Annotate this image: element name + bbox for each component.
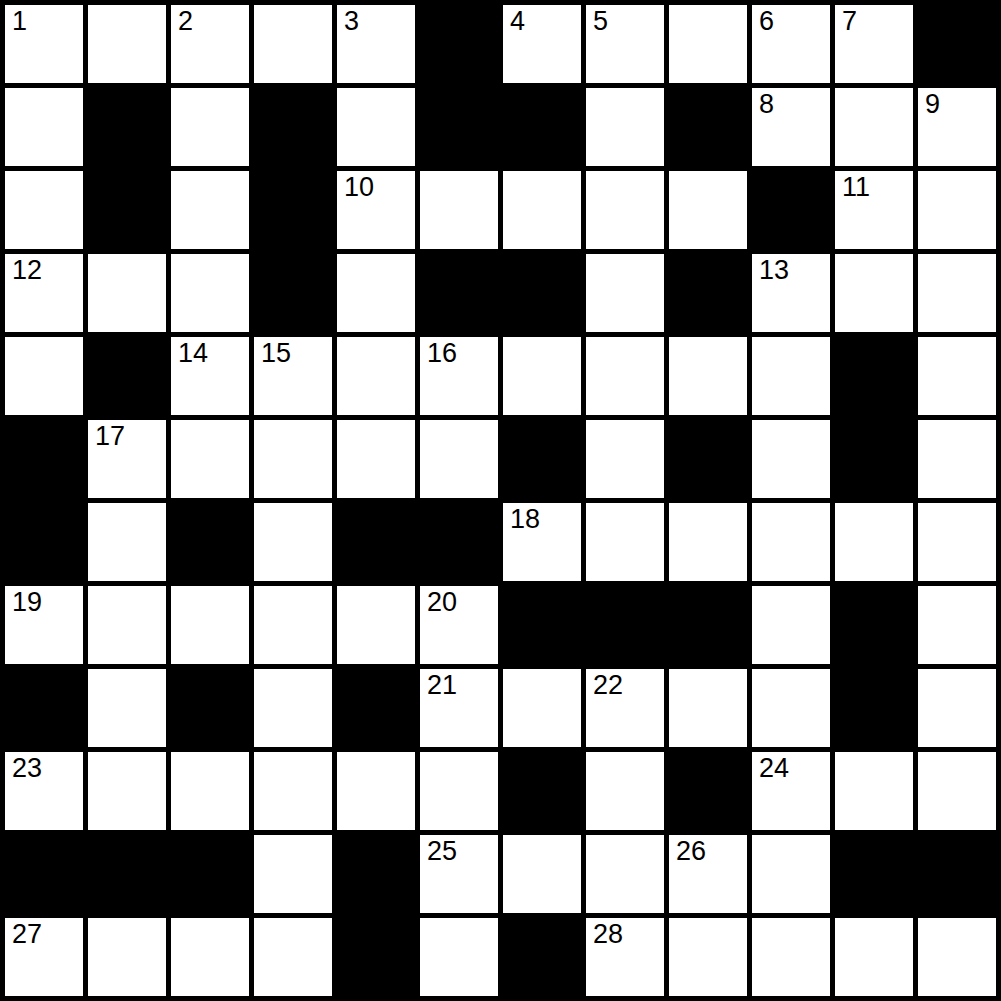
block-cell-r7-c10 [835,586,913,664]
letter-cell-r2-c8[interactable] [669,171,747,249]
clue-number-28: 28 [593,918,623,950]
letter-cell-r11-c5[interactable] [420,918,498,996]
letter-cell-r7-c9[interactable] [752,586,830,664]
letter-cell-r2-c11[interactable] [918,171,996,249]
block-cell-r1-c8 [669,88,747,166]
block-cell-r3-c3 [254,254,332,332]
letter-cell-r8-c5[interactable]: 21 [420,669,498,747]
letter-cell-r6-c11[interactable] [918,503,996,581]
clue-number-13: 13 [759,254,789,286]
block-cell-r0-c11 [918,5,996,83]
letter-cell-r11-c3[interactable] [254,918,332,996]
letter-cell-r0-c8[interactable] [669,5,747,83]
letter-cell-r7-c0[interactable]: 19 [5,586,83,664]
block-cell-r5-c10 [835,420,913,498]
letter-cell-r5-c7[interactable] [586,420,664,498]
block-cell-r0-c5 [420,5,498,83]
letter-cell-r6-c3[interactable] [254,503,332,581]
block-cell-r1-c5 [420,88,498,166]
letter-cell-r4-c5[interactable]: 16 [420,337,498,415]
block-cell-r3-c6 [503,254,581,332]
letter-cell-r4-c8[interactable] [669,337,747,415]
block-cell-r6-c5 [420,503,498,581]
block-cell-r3-c5 [420,254,498,332]
letter-cell-r6-c8[interactable] [669,503,747,581]
letter-cell-r2-c4[interactable]: 10 [337,171,415,249]
clue-number-1: 1 [12,5,27,37]
letter-cell-r4-c6[interactable] [503,337,581,415]
block-cell-r6-c2 [171,503,249,581]
letter-cell-r0-c9[interactable]: 6 [752,5,830,83]
letter-cell-r8-c7[interactable]: 22 [586,669,664,747]
letter-cell-r11-c1[interactable] [88,918,166,996]
clue-number-15: 15 [261,337,291,369]
letter-cell-r9-c2[interactable] [171,752,249,830]
letter-cell-r2-c0[interactable] [5,171,83,249]
letter-cell-r4-c9[interactable] [752,337,830,415]
letter-cell-r8-c6[interactable] [503,669,581,747]
block-cell-r4-c10 [835,337,913,415]
block-cell-r10-c10 [835,835,913,913]
letter-cell-r11-c7[interactable]: 28 [586,918,664,996]
letter-cell-r4-c2[interactable]: 14 [171,337,249,415]
letter-cell-r2-c6[interactable] [503,171,581,249]
letter-cell-r9-c3[interactable] [254,752,332,830]
letter-cell-r7-c1[interactable] [88,586,166,664]
block-cell-r10-c2 [171,835,249,913]
block-cell-r5-c6 [503,420,581,498]
block-cell-r8-c4 [337,669,415,747]
letter-cell-r9-c7[interactable] [586,752,664,830]
block-cell-r3-c8 [669,254,747,332]
clue-number-18: 18 [510,503,540,535]
letter-cell-r1-c0[interactable] [5,88,83,166]
clue-number-3: 3 [344,5,359,37]
block-cell-r8-c2 [171,669,249,747]
clue-number-23: 23 [12,752,42,784]
block-cell-r2-c1 [88,171,166,249]
block-cell-r1-c3 [254,88,332,166]
letter-cell-r4-c3[interactable]: 15 [254,337,332,415]
letter-cell-r0-c10[interactable]: 7 [835,5,913,83]
letter-cell-r6-c10[interactable] [835,503,913,581]
letter-cell-r5-c4[interactable] [337,420,415,498]
clue-number-4: 4 [510,5,525,37]
block-cell-r7-c8 [669,586,747,664]
letter-cell-r8-c1[interactable] [88,669,166,747]
letter-cell-r10-c8[interactable]: 26 [669,835,747,913]
letter-cell-r6-c1[interactable] [88,503,166,581]
letter-cell-r0-c1[interactable] [88,5,166,83]
letter-cell-r10-c6[interactable] [503,835,581,913]
clue-number-6: 6 [759,5,774,37]
clue-number-14: 14 [178,337,208,369]
clue-number-8: 8 [759,88,774,120]
block-cell-r2-c9 [752,171,830,249]
letter-cell-r3-c9[interactable]: 13 [752,254,830,332]
letter-cell-r2-c10[interactable]: 11 [835,171,913,249]
letter-cell-r5-c9[interactable] [752,420,830,498]
letter-cell-r5-c1[interactable]: 17 [88,420,166,498]
block-cell-r5-c8 [669,420,747,498]
block-cell-r4-c1 [88,337,166,415]
letter-cell-r10-c5[interactable]: 25 [420,835,498,913]
block-cell-r8-c10 [835,669,913,747]
letter-cell-r1-c9[interactable]: 8 [752,88,830,166]
letter-cell-r3-c10[interactable] [835,254,913,332]
letter-cell-r5-c3[interactable] [254,420,332,498]
letter-cell-r2-c5[interactable] [420,171,498,249]
letter-cell-r3-c0[interactable]: 12 [5,254,83,332]
block-cell-r10-c0 [5,835,83,913]
letter-cell-r9-c1[interactable] [88,752,166,830]
clue-number-12: 12 [12,254,42,286]
block-cell-r11-c6 [503,918,581,996]
clue-number-2: 2 [178,5,193,37]
letter-cell-r1-c11[interactable]: 9 [918,88,996,166]
clue-number-20: 20 [427,586,457,618]
letter-cell-r7-c11[interactable] [918,586,996,664]
clue-number-5: 5 [593,5,608,37]
letter-cell-r0-c2[interactable]: 2 [171,5,249,83]
letter-cell-r2-c2[interactable] [171,171,249,249]
clue-number-11: 11 [842,171,870,203]
clue-number-16: 16 [427,337,457,369]
clue-number-27: 27 [12,918,42,950]
block-cell-r2-c3 [254,171,332,249]
letter-cell-r4-c4[interactable] [337,337,415,415]
clue-number-25: 25 [427,835,457,867]
letter-cell-r0-c7[interactable]: 5 [586,5,664,83]
clue-number-22: 22 [593,669,623,701]
block-cell-r1-c6 [503,88,581,166]
block-cell-r6-c4 [337,503,415,581]
block-cell-r9-c8 [669,752,747,830]
block-cell-r1-c1 [88,88,166,166]
letter-cell-r2-c7[interactable] [586,171,664,249]
letter-cell-r7-c3[interactable] [254,586,332,664]
clue-number-26: 26 [676,835,706,867]
letter-cell-r1-c7[interactable] [586,88,664,166]
block-cell-r10-c11 [918,835,996,913]
block-cell-r8-c0 [5,669,83,747]
letter-cell-r10-c3[interactable] [254,835,332,913]
letter-cell-r11-c2[interactable] [171,918,249,996]
letter-cell-r0-c4[interactable]: 3 [337,5,415,83]
clue-number-17: 17 [95,420,125,452]
letter-cell-r6-c9[interactable] [752,503,830,581]
letter-cell-r4-c0[interactable] [5,337,83,415]
letter-cell-r11-c10[interactable] [835,918,913,996]
letter-cell-r3-c11[interactable] [918,254,996,332]
letter-cell-r5-c2[interactable] [171,420,249,498]
clue-number-10: 10 [344,171,374,203]
clue-number-21: 21 [427,669,457,701]
letter-cell-r1-c10[interactable] [835,88,913,166]
letter-cell-r9-c0[interactable]: 23 [5,752,83,830]
letter-cell-r0-c6[interactable]: 4 [503,5,581,83]
letter-cell-r3-c2[interactable] [171,254,249,332]
block-cell-r5-c0 [5,420,83,498]
clue-number-24: 24 [759,752,789,784]
letter-cell-r11-c0[interactable]: 27 [5,918,83,996]
block-cell-r11-c4 [337,918,415,996]
letter-cell-r4-c11[interactable] [918,337,996,415]
letter-cell-r11-c11[interactable] [918,918,996,996]
letter-cell-r5-c11[interactable] [918,420,996,498]
letter-cell-r9-c9[interactable]: 24 [752,752,830,830]
letter-cell-r3-c1[interactable] [88,254,166,332]
letter-cell-r11-c8[interactable] [669,918,747,996]
letter-cell-r3-c4[interactable] [337,254,415,332]
letter-cell-r1-c2[interactable] [171,88,249,166]
block-cell-r10-c1 [88,835,166,913]
letter-cell-r4-c7[interactable] [586,337,664,415]
block-cell-r7-c7 [586,586,664,664]
crossword-grid: 1234567891011121314151617181920212223242… [0,0,1001,1001]
letter-cell-r6-c7[interactable] [586,503,664,581]
clue-number-19: 19 [12,586,42,618]
letter-cell-r9-c5[interactable] [420,752,498,830]
clue-number-7: 7 [842,5,857,37]
block-cell-r7-c6 [503,586,581,664]
letter-cell-r5-c5[interactable] [420,420,498,498]
clue-number-9: 9 [925,88,940,120]
letter-cell-r10-c9[interactable] [752,835,830,913]
block-cell-r6-c0 [5,503,83,581]
letter-cell-r11-c9[interactable] [752,918,830,996]
block-cell-r9-c6 [503,752,581,830]
letter-cell-r9-c11[interactable] [918,752,996,830]
letter-cell-r0-c0[interactable]: 1 [5,5,83,83]
letter-cell-r9-c10[interactable] [835,752,913,830]
letter-cell-r3-c7[interactable] [586,254,664,332]
letter-cell-r8-c3[interactable] [254,669,332,747]
letter-cell-r8-c8[interactable] [669,669,747,747]
letter-cell-r0-c3[interactable] [254,5,332,83]
letter-cell-r10-c7[interactable] [586,835,664,913]
letter-cell-r1-c4[interactable] [337,88,415,166]
block-cell-r10-c4 [337,835,415,913]
letter-cell-r7-c4[interactable] [337,586,415,664]
letter-cell-r9-c4[interactable] [337,752,415,830]
letter-cell-r7-c5[interactable]: 20 [420,586,498,664]
letter-cell-r7-c2[interactable] [171,586,249,664]
letter-cell-r6-c6[interactable]: 18 [503,503,581,581]
letter-cell-r8-c9[interactable] [752,669,830,747]
letter-cell-r8-c11[interactable] [918,669,996,747]
